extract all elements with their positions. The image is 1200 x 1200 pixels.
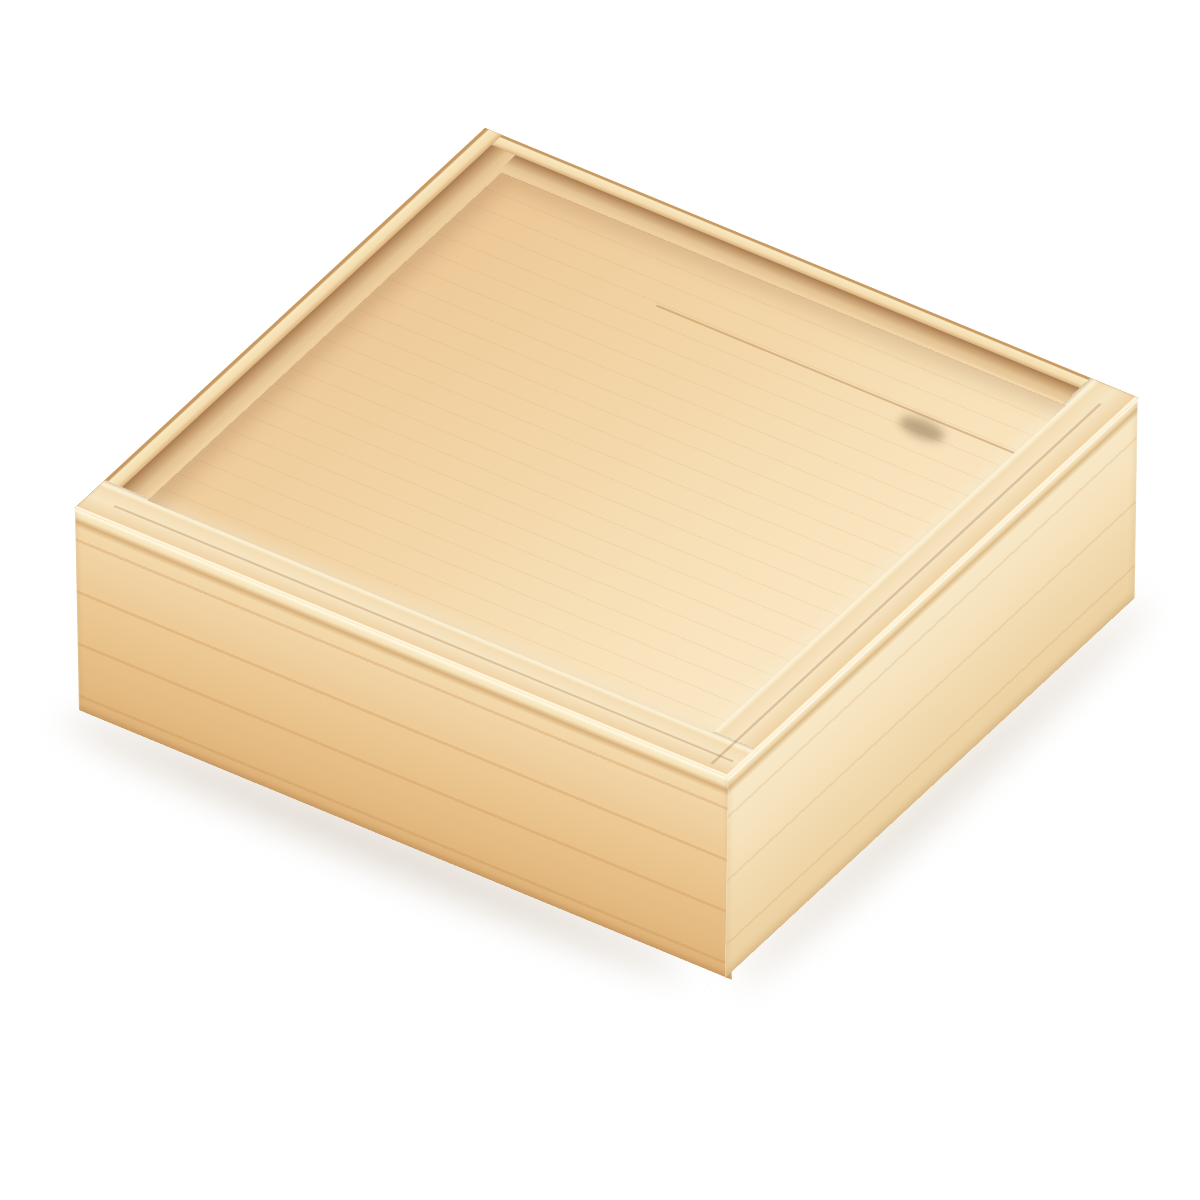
- product-photo-scene: [0, 0, 1200, 1200]
